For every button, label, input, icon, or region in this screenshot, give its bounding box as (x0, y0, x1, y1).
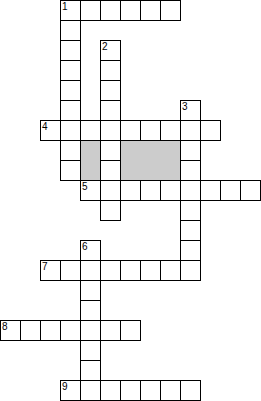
cell-r19c8[interactable] (160, 380, 181, 401)
cell-r13c5[interactable] (100, 260, 121, 281)
cell-r4c3[interactable] (60, 80, 81, 101)
cell-r0c5[interactable] (100, 0, 121, 21)
cell-r6c7[interactable] (140, 120, 161, 141)
cell-r19c5[interactable] (100, 380, 121, 401)
crossword-board: 123456789 (0, 0, 261, 401)
cell-r6c3[interactable] (60, 120, 81, 141)
cell-r0c3[interactable] (60, 0, 81, 21)
cell-r5c9[interactable] (180, 100, 201, 121)
cell-r13c3[interactable] (60, 260, 81, 281)
cell-r3c5[interactable] (100, 60, 121, 81)
cell-r8c9[interactable] (180, 160, 201, 181)
cell-r9c7[interactable] (140, 180, 161, 201)
cell-r8c5[interactable] (100, 160, 121, 181)
cell-r9c12[interactable] (240, 180, 261, 201)
cell-r1c3[interactable] (60, 20, 81, 41)
cell-r9c6[interactable] (120, 180, 141, 201)
cell-r13c7[interactable] (140, 260, 161, 281)
cell-r19c3[interactable] (60, 380, 81, 401)
cell-r4c5[interactable] (100, 80, 121, 101)
cell-r18c4[interactable] (80, 360, 101, 381)
cell-r3c3[interactable] (60, 60, 81, 81)
cell-r9c5[interactable] (100, 180, 121, 201)
cell-r11c9[interactable] (180, 220, 201, 241)
cell-r14c4[interactable] (80, 280, 101, 301)
cell-r0c4[interactable] (80, 0, 101, 21)
cell-r19c6[interactable] (120, 380, 141, 401)
cell-r5c5[interactable] (100, 100, 121, 121)
cell-r13c9[interactable] (180, 260, 201, 281)
cell-r2c3[interactable] (60, 40, 81, 61)
cell-r16c1[interactable] (20, 320, 41, 341)
shaded-block-1 (80, 140, 101, 181)
cell-r10c9[interactable] (180, 200, 201, 221)
cell-r7c3[interactable] (60, 140, 81, 161)
cell-r6c6[interactable] (120, 120, 141, 141)
cell-r2c5[interactable] (100, 40, 121, 61)
shaded-block-2 (120, 140, 181, 181)
cell-r15c4[interactable] (80, 300, 101, 321)
cell-r17c4[interactable] (80, 340, 101, 361)
cell-r0c6[interactable] (120, 0, 141, 21)
cell-r6c9[interactable] (180, 120, 201, 141)
cell-r12c4[interactable] (80, 240, 101, 261)
cell-r6c8[interactable] (160, 120, 181, 141)
cell-r6c2[interactable] (40, 120, 61, 141)
cell-r16c3[interactable] (60, 320, 81, 341)
cell-r13c6[interactable] (120, 260, 141, 281)
cell-r19c7[interactable] (140, 380, 161, 401)
cell-r5c3[interactable] (60, 100, 81, 121)
cell-r13c2[interactable] (40, 260, 61, 281)
cell-r19c9[interactable] (180, 380, 201, 401)
cell-r0c7[interactable] (140, 0, 161, 21)
cell-r16c2[interactable] (40, 320, 61, 341)
cell-r9c11[interactable] (220, 180, 241, 201)
cell-r16c0[interactable] (0, 320, 21, 341)
cell-r9c4[interactable] (80, 180, 101, 201)
cell-r16c4[interactable] (80, 320, 101, 341)
cell-r13c4[interactable] (80, 260, 101, 281)
cell-r6c5[interactable] (100, 120, 121, 141)
cell-r10c5[interactable] (100, 200, 121, 221)
cell-r6c4[interactable] (80, 120, 101, 141)
cell-r0c8[interactable] (160, 0, 181, 21)
cell-r9c10[interactable] (200, 180, 221, 201)
cell-r9c8[interactable] (160, 180, 181, 201)
cell-r13c8[interactable] (160, 260, 181, 281)
cell-r7c5[interactable] (100, 140, 121, 161)
cell-r19c4[interactable] (80, 380, 101, 401)
cell-r6c10[interactable] (200, 120, 221, 141)
cell-r12c9[interactable] (180, 240, 201, 261)
cell-r16c6[interactable] (120, 320, 141, 341)
cell-r16c5[interactable] (100, 320, 121, 341)
cell-r9c9[interactable] (180, 180, 201, 201)
cell-r7c9[interactable] (180, 140, 201, 161)
cell-r8c3[interactable] (60, 160, 81, 181)
